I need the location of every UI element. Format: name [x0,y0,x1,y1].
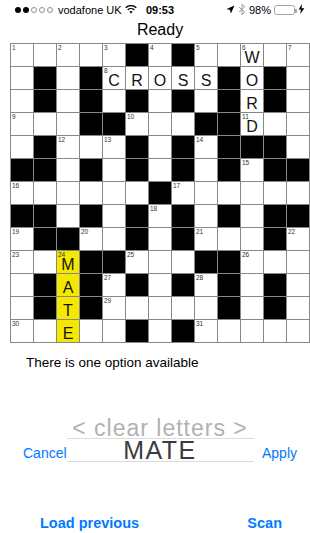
cell-number: 4 [150,44,154,52]
grid-cell[interactable] [172,320,194,342]
grid-cell[interactable] [287,113,309,135]
grid-cell[interactable]: 1 [11,44,33,66]
grid-cell[interactable] [34,113,56,135]
grid-cell[interactable]: 3 [103,44,125,66]
grid-cell[interactable]: 6W [241,44,263,66]
grid-cell[interactable] [126,297,148,319]
grid-cell[interactable]: O [241,67,263,89]
grid-cell[interactable] [57,182,79,204]
grid-cell[interactable] [103,205,125,227]
cell-number: 7 [288,44,292,52]
grid-cell[interactable]: 26 [241,251,263,273]
grid-cell[interactable] [264,90,286,112]
cell-number: 10 [127,113,134,121]
cell-number: 5 [196,44,200,52]
grid-cell[interactable] [34,205,56,227]
grid-cell[interactable] [241,274,263,296]
grid-cell[interactable] [218,182,240,204]
grid-cell[interactable] [241,297,263,319]
grid-cell[interactable] [80,274,102,296]
cell-letter: C [103,72,125,90]
grid-cell[interactable]: 8C [103,67,125,89]
grid-cell[interactable] [57,113,79,135]
cell-number: 26 [242,251,249,259]
grid-cell[interactable] [11,90,33,112]
grid-cell[interactable] [126,274,148,296]
grid-cell[interactable] [241,205,263,227]
grid-cell[interactable] [103,251,125,273]
grid-cell[interactable] [11,297,33,319]
grid-cell[interactable] [57,90,79,112]
grid-cell[interactable]: 23 [11,251,33,273]
cell-number: 25 [127,251,134,259]
cell-letter: O [241,72,263,90]
grid-cell[interactable] [241,182,263,204]
grid-cell[interactable] [264,297,286,319]
carrier-label: vodafone UK [58,4,122,16]
grid-cell[interactable] [172,159,194,181]
grid-cell[interactable]: 27 [103,274,125,296]
grid-cell[interactable]: S [172,67,194,89]
grid-cell[interactable] [264,320,286,342]
grid-cell[interactable] [103,182,125,204]
grid-cell[interactable] [80,182,102,204]
grid-cell[interactable] [34,182,56,204]
grid-cell[interactable]: 10 [126,113,148,135]
grid-cell[interactable] [218,67,240,89]
cell-letter: D [241,118,263,136]
grid-cell[interactable] [80,320,102,342]
grid-cell[interactable] [80,44,102,66]
grid-cell[interactable] [195,90,217,112]
grid-cell[interactable]: 13 [103,136,125,158]
grid-cell[interactable] [149,182,171,204]
grid-cell[interactable] [126,136,148,158]
cell-letter: M [57,256,79,274]
grid-cell[interactable]: 11D [241,113,263,135]
grid-cell[interactable] [126,44,148,66]
grid-cell[interactable]: 4 [149,44,171,66]
cell-letter: A [57,279,79,297]
grid-cell[interactable] [264,205,286,227]
cell-number: 21 [196,228,203,236]
grid-cell[interactable] [264,274,286,296]
grid-cell[interactable]: 12 [57,136,79,158]
grid-cell[interactable] [126,228,148,250]
grid-cell[interactable] [264,136,286,158]
cell-number: 9 [12,113,16,121]
cell-number: 18 [150,205,157,213]
grid-cell[interactable] [149,228,171,250]
grid-cell[interactable] [287,182,309,204]
grid-cell[interactable] [103,228,125,250]
grid-cell[interactable]: 30 [11,320,33,342]
grid-cell[interactable] [80,113,102,135]
grid-cell[interactable] [264,159,286,181]
grid-cell[interactable]: 9 [11,113,33,135]
grid-cell[interactable] [172,90,194,112]
grid-cell[interactable] [172,136,194,158]
grid-cell[interactable] [287,320,309,342]
grid-cell[interactable] [264,251,286,273]
grid-cell[interactable] [34,320,56,342]
grid-cell[interactable]: O [149,67,171,89]
crossword-grid: 123456W78CROSSOR91011D121314151617181920… [10,43,310,343]
cell-number: 17 [173,182,180,190]
grid-cell[interactable] [287,297,309,319]
grid-cell[interactable] [80,297,102,319]
location-arrow-icon [226,4,235,16]
grid-cell[interactable] [103,113,125,135]
grid-cell[interactable]: 24M [57,251,79,273]
cell-number: 31 [196,320,203,328]
grid-cell[interactable] [149,159,171,181]
grid-cell[interactable] [11,274,33,296]
grid-cell[interactable] [149,90,171,112]
grid-cell[interactable] [11,67,33,89]
grid-cell[interactable] [218,159,240,181]
grid-cell[interactable] [57,228,79,250]
grid-cell[interactable] [264,113,286,135]
cell-number: 2 [58,44,62,52]
cell-letter: O [149,72,171,90]
cell-number: 23 [12,251,19,259]
cell-number: 16 [12,182,19,190]
grid-cell[interactable] [195,159,217,181]
divider-line-bottom [67,461,254,462]
battery-percent-label: 98% [249,4,271,16]
grid-cell[interactable] [195,113,217,135]
grid-cell[interactable]: S [195,67,217,89]
apply-button[interactable]: Apply [262,445,297,461]
grid-cell[interactable]: 15 [241,159,263,181]
grid-cell[interactable] [34,297,56,319]
cell-number: 1 [12,44,16,52]
grid-cell[interactable] [57,205,79,227]
grid-cell[interactable] [103,320,125,342]
grid-cell[interactable]: 17 [172,182,194,204]
grid-cell[interactable] [126,90,148,112]
grid-cell[interactable]: T [57,297,79,319]
grid-cell[interactable]: 29 [103,297,125,319]
grid-cell[interactable] [195,205,217,227]
grid-cell[interactable] [218,205,240,227]
cell-letter: W [241,49,263,67]
cell-number: 28 [196,274,203,282]
scan-button[interactable]: Scan [247,515,282,531]
grid-cell[interactable]: 25 [126,251,148,273]
grid-cell[interactable]: 14 [195,136,217,158]
grid-cell[interactable] [80,67,102,89]
grid-cell[interactable] [11,136,33,158]
grid-cell[interactable]: 5 [195,44,217,66]
grid-cell[interactable] [264,182,286,204]
grid-cell[interactable] [172,274,194,296]
wifi-icon [125,4,137,16]
grid-cell[interactable] [126,320,148,342]
grid-cell[interactable] [218,113,240,135]
grid-cell[interactable] [80,90,102,112]
grid-cell[interactable] [80,159,102,181]
grid-cell[interactable] [218,320,240,342]
grid-cell[interactable] [149,274,171,296]
grid-cell[interactable]: 21 [195,228,217,250]
grid-cell[interactable]: 22 [287,228,309,250]
grid-cell[interactable] [80,205,102,227]
load-previous-button[interactable]: Load previous [40,515,139,531]
grid-cell[interactable]: A [57,274,79,296]
cell-number: 29 [104,297,111,305]
grid-cell[interactable] [149,113,171,135]
grid-cell[interactable]: 2 [57,44,79,66]
cell-letter: E [57,325,79,343]
grid-cell[interactable] [264,67,286,89]
grid-cell[interactable]: 20 [80,228,102,250]
grid-cell[interactable] [241,136,263,158]
grid-cell[interactable] [218,90,240,112]
grid-cell[interactable] [195,297,217,319]
grid-cell[interactable]: 28 [195,274,217,296]
cell-number: 15 [242,159,249,167]
cell-number: 3 [104,44,108,52]
battery-icon [274,5,295,15]
grid-cell[interactable] [218,251,240,273]
grid-cell[interactable] [11,159,33,181]
cell-letter: R [126,72,148,90]
grid-cell[interactable] [287,205,309,227]
grid-cell[interactable] [103,90,125,112]
grid-cell[interactable] [195,182,217,204]
grid-cell[interactable] [241,320,263,342]
cell-number: 14 [196,136,203,144]
grid-cell[interactable] [241,228,263,250]
grid-cell[interactable] [149,320,171,342]
cell-letter: R [241,95,263,113]
grid-cell[interactable] [149,297,171,319]
grid-cell[interactable] [126,205,148,227]
grid-cell[interactable] [57,67,79,89]
grid-cell[interactable] [34,251,56,273]
grid-cell[interactable] [34,274,56,296]
grid-cell[interactable]: R [126,67,148,89]
status-message: There is one option available [26,355,199,370]
grid-cell[interactable] [287,67,309,89]
cell-number: 12 [58,136,65,144]
grid-cell[interactable] [80,251,102,273]
grid-cell[interactable]: 31 [195,320,217,342]
grid-cell[interactable] [149,251,171,273]
grid-cell[interactable] [195,251,217,273]
cell-number: 27 [104,274,111,282]
cell-letter: S [195,72,217,90]
grid-cell[interactable] [287,159,309,181]
phone-screen: vodafone UK 09:53 98% Ready 123456W78CRO… [10,0,310,533]
signal-dots-icon [15,7,53,13]
grid-cell[interactable] [287,90,309,112]
grid-cell[interactable] [126,159,148,181]
grid-cell[interactable] [287,136,309,158]
charging-bolt-icon [298,4,305,16]
cell-letter: S [172,72,194,90]
cell-number: 19 [12,228,19,236]
grid-cell[interactable]: 7 [287,44,309,66]
grid-cell[interactable] [11,205,33,227]
grid-cell[interactable] [218,136,240,158]
grid-cell[interactable] [103,159,125,181]
grid-cell[interactable]: 19 [11,228,33,250]
grid-cell[interactable] [287,274,309,296]
grid-cell[interactable] [264,228,286,250]
grid-cell[interactable]: E [57,320,79,342]
grid-cell[interactable] [172,113,194,135]
cell-number: 30 [12,320,19,328]
cell-letter: T [57,302,79,320]
status-bar: vodafone UK 09:53 98% [10,0,310,20]
cell-number: 22 [288,228,295,236]
grid-cell[interactable]: 18 [149,205,171,227]
grid-cell[interactable] [218,44,240,66]
cell-number: 13 [104,136,111,144]
grid-cell[interactable] [172,205,194,227]
grid-cell[interactable] [34,159,56,181]
grid-cell[interactable] [287,251,309,273]
grid-cell[interactable] [57,159,79,181]
cell-number: 20 [81,228,88,236]
grid-cell[interactable] [34,67,56,89]
grid-cell[interactable]: 16 [11,182,33,204]
page-title: Ready [10,21,310,39]
grid-cell[interactable] [172,44,194,66]
grid-cell[interactable] [172,228,194,250]
grid-cell[interactable] [172,251,194,273]
grid-cell[interactable] [218,228,240,250]
grid-cell[interactable] [218,297,240,319]
grid-cell[interactable] [34,90,56,112]
grid-cell[interactable] [126,182,148,204]
grid-cell[interactable] [149,136,171,158]
grid-cell[interactable] [264,44,286,66]
grid-cell[interactable] [34,228,56,250]
grid-cell[interactable]: R [241,90,263,112]
grid-cell[interactable] [218,274,240,296]
grid-cell[interactable] [34,44,56,66]
grid-cell[interactable] [172,297,194,319]
grid-cell[interactable] [80,136,102,158]
bluetooth-icon [238,4,246,17]
grid-cell[interactable] [34,136,56,158]
